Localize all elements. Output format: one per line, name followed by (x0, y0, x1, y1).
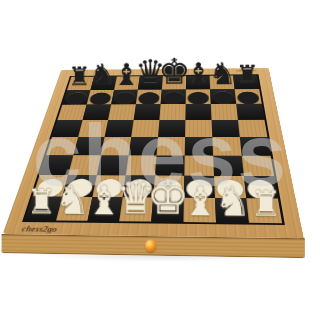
white-pawn: ● (244, 175, 277, 200)
square-d5 (131, 120, 159, 137)
square-a2: ● (33, 175, 68, 197)
square-a8: ♜ (67, 77, 94, 91)
square-h8: ♜ (233, 75, 259, 89)
square-b7: ● (87, 90, 114, 105)
black-bishop: ♝ (184, 58, 211, 89)
black-bishop: ♝ (113, 59, 140, 89)
square-g7: ● (210, 89, 236, 104)
square-c7: ● (111, 90, 138, 105)
square-b3 (68, 155, 101, 175)
black-pawn: ● (111, 89, 137, 105)
black-pawn: ● (87, 89, 114, 105)
square-d6 (134, 104, 161, 120)
black-rook: ♜ (235, 62, 259, 88)
chess-board-box: ♜♞♝♛♚♝♞♜●●●●●●●●●●●●●●●●♜♞♝♛♚♝♞♜ chess2g… (3, 68, 304, 238)
square-g8: ♞ (210, 75, 235, 89)
black-knight: ♞ (89, 59, 116, 89)
black-pawn: ● (161, 89, 186, 105)
square-c6 (108, 104, 136, 120)
white-pawn: ● (214, 175, 246, 200)
square-b4 (73, 137, 104, 155)
square-h3 (242, 156, 274, 177)
scene-yaw: ♜♞♝♛♚♝♞♜●●●●●●●●●●●●●●●●♜♞♝♛♚♝♞♜ chess2g… (37, 12, 282, 262)
square-d4 (129, 137, 158, 155)
brand-label-top: chess2go (236, 69, 256, 72)
black-king: ♚ (158, 53, 190, 89)
square-d2: ● (123, 175, 155, 197)
box-front-side (2, 234, 305, 258)
square-b8: ♞ (90, 76, 116, 90)
square-e8: ♚ (162, 76, 186, 90)
black-pawn: ● (62, 89, 90, 105)
square-e2: ● (153, 176, 184, 198)
black-pawn: ● (136, 89, 161, 105)
square-a6 (57, 105, 86, 121)
square-a4 (46, 137, 78, 155)
square-h4 (240, 137, 271, 156)
square-b6 (83, 104, 112, 120)
white-pawn: ● (184, 175, 214, 200)
black-rook: ♜ (68, 64, 91, 90)
square-e7: ● (161, 89, 186, 104)
square-d1: ♛ (119, 197, 153, 221)
black-queen: ♛ (135, 55, 165, 89)
square-e4 (157, 137, 186, 156)
square-a7: ● (62, 90, 90, 105)
square-d7: ● (136, 90, 162, 105)
square-g1: ♞ (215, 198, 249, 223)
white-pawn: ● (93, 174, 126, 198)
square-f5 (185, 120, 212, 137)
board-top-surface: ♜♞♝♛♚♝♞♜●●●●●●●●●●●●●●●●♜♞♝♛♚♝♞♜ chess2g… (3, 68, 304, 238)
square-f3 (184, 156, 214, 176)
square-d3 (126, 155, 157, 175)
black-pawn: ● (186, 89, 210, 105)
chess-set-product-photo: ♜♞♝♛♚♝♞♜●●●●●●●●●●●●●●●●♜♞♝♛♚♝♞♜ chess2g… (0, 0, 320, 320)
white-pawn: ● (62, 174, 96, 198)
square-c4 (101, 137, 131, 155)
square-f8: ♝ (186, 76, 210, 90)
square-h2: ● (244, 176, 278, 199)
square-h5 (238, 120, 268, 137)
square-g2: ● (214, 176, 246, 198)
square-g4 (212, 137, 241, 156)
square-f7: ● (186, 89, 211, 104)
square-g6 (211, 104, 238, 120)
square-h1: ♜ (246, 198, 282, 223)
square-a5 (52, 120, 83, 137)
square-f2: ● (184, 176, 215, 198)
square-b5 (78, 120, 108, 137)
square-f6 (185, 104, 211, 120)
square-g3 (213, 156, 244, 176)
square-b1: ♞ (56, 197, 92, 221)
square-c5 (105, 120, 134, 137)
square-e3 (155, 155, 185, 175)
black-pawn: ● (235, 88, 262, 105)
square-e5 (158, 120, 185, 137)
black-pawn: ● (210, 88, 235, 104)
playfield-grid: ♜♞♝♛♚♝♞♜●●●●●●●●●●●●●●●●♜♞♝♛♚♝♞♜ (22, 74, 285, 225)
square-c3 (97, 155, 129, 175)
square-h6 (236, 104, 264, 120)
brand-label: chess2go (21, 225, 58, 234)
chess-set-scene: ♜♞♝♛♚♝♞♜●●●●●●●●●●●●●●●●♜♞♝♛♚♝♞♜ chess2g… (35, 14, 281, 260)
black-knight: ♞ (209, 58, 237, 89)
square-c8: ♝ (114, 76, 140, 90)
white-pawn: ● (154, 174, 184, 199)
square-c1: ♝ (88, 197, 123, 221)
white-pawn: ● (123, 174, 155, 199)
square-b2: ● (62, 175, 96, 197)
square-e1: ♚ (151, 198, 184, 222)
clasp-latch-icon (145, 240, 156, 252)
square-f1: ♝ (183, 198, 216, 223)
square-c2: ● (92, 175, 125, 197)
square-d8: ♛ (138, 76, 163, 90)
square-h7: ● (235, 89, 262, 104)
square-e6 (159, 104, 185, 120)
square-f4 (185, 137, 213, 156)
square-g5 (212, 120, 240, 137)
